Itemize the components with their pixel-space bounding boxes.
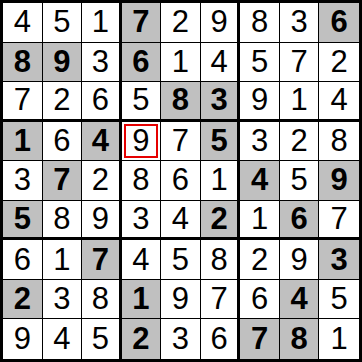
cell-r7c2[interactable]: 1 bbox=[43, 240, 83, 280]
cell-r4c3[interactable]: 4 bbox=[82, 122, 122, 162]
cell-r1c1[interactable]: 4 bbox=[3, 3, 43, 43]
cell-r1c5[interactable]: 2 bbox=[161, 3, 201, 43]
cell-r1c6[interactable]: 9 bbox=[201, 3, 241, 43]
cell-r6c6[interactable]: 2 bbox=[201, 201, 241, 241]
cell-r9c5[interactable]: 3 bbox=[161, 319, 201, 359]
cell-r5c8[interactable]: 5 bbox=[280, 161, 320, 201]
cell-r6c7[interactable]: 1 bbox=[240, 201, 280, 241]
cell-r2c6[interactable]: 4 bbox=[201, 43, 241, 83]
cell-r4c8[interactable]: 2 bbox=[280, 122, 320, 162]
cell-r9c4[interactable]: 2 bbox=[122, 319, 162, 359]
cell-r9c7[interactable]: 7 bbox=[240, 319, 280, 359]
cell-r4c5[interactable]: 7 bbox=[161, 122, 201, 162]
cell-r5c3[interactable]: 2 bbox=[82, 161, 122, 201]
cell-r8c7[interactable]: 6 bbox=[240, 280, 280, 320]
cell-r7c5[interactable]: 5 bbox=[161, 240, 201, 280]
cell-r4c2[interactable]: 6 bbox=[43, 122, 83, 162]
cell-r8c3[interactable]: 8 bbox=[82, 280, 122, 320]
cell-r9c2[interactable]: 4 bbox=[43, 319, 83, 359]
cell-r3c3[interactable]: 6 bbox=[82, 82, 122, 122]
cell-r5c9[interactable]: 9 bbox=[319, 161, 359, 201]
cell-r5c5[interactable]: 6 bbox=[161, 161, 201, 201]
cell-r6c8[interactable]: 6 bbox=[280, 201, 320, 241]
cell-r4c4[interactable]: 9 bbox=[122, 122, 162, 162]
cell-r3c4[interactable]: 5 bbox=[122, 82, 162, 122]
cell-r2c4[interactable]: 6 bbox=[122, 43, 162, 83]
cell-r4c7[interactable]: 3 bbox=[240, 122, 280, 162]
cell-r2c7[interactable]: 5 bbox=[240, 43, 280, 83]
cell-r4c9[interactable]: 8 bbox=[319, 122, 359, 162]
cell-r2c5[interactable]: 1 bbox=[161, 43, 201, 83]
cell-r1c4[interactable]: 7 bbox=[122, 3, 162, 43]
cell-r7c9[interactable]: 3 bbox=[319, 240, 359, 280]
cell-r7c7[interactable]: 2 bbox=[240, 240, 280, 280]
cell-r8c5[interactable]: 9 bbox=[161, 280, 201, 320]
cell-r5c1[interactable]: 3 bbox=[3, 161, 43, 201]
cell-r3c7[interactable]: 9 bbox=[240, 82, 280, 122]
cell-r2c8[interactable]: 7 bbox=[280, 43, 320, 83]
cell-r6c2[interactable]: 8 bbox=[43, 201, 83, 241]
cell-r8c6[interactable]: 7 bbox=[201, 280, 241, 320]
cell-r1c2[interactable]: 5 bbox=[43, 3, 83, 43]
cell-r9c3[interactable]: 5 bbox=[82, 319, 122, 359]
cell-r7c6[interactable]: 8 bbox=[201, 240, 241, 280]
cell-r8c9[interactable]: 5 bbox=[319, 280, 359, 320]
cell-r3c9[interactable]: 4 bbox=[319, 82, 359, 122]
sudoku-board: 4517298368936145727265839141649753283728… bbox=[0, 0, 362, 362]
cell-r7c1[interactable]: 6 bbox=[3, 240, 43, 280]
cell-r6c9[interactable]: 7 bbox=[319, 201, 359, 241]
cell-r1c8[interactable]: 3 bbox=[280, 3, 320, 43]
cell-r3c8[interactable]: 1 bbox=[280, 82, 320, 122]
cell-r1c3[interactable]: 1 bbox=[82, 3, 122, 43]
cell-r7c8[interactable]: 9 bbox=[280, 240, 320, 280]
cell-r4c6[interactable]: 5 bbox=[201, 122, 241, 162]
cell-r7c4[interactable]: 4 bbox=[122, 240, 162, 280]
cell-r5c2[interactable]: 7 bbox=[43, 161, 83, 201]
cell-r8c8[interactable]: 4 bbox=[280, 280, 320, 320]
cell-r3c1[interactable]: 7 bbox=[3, 82, 43, 122]
cell-r2c9[interactable]: 2 bbox=[319, 43, 359, 83]
cell-r9c1[interactable]: 9 bbox=[3, 319, 43, 359]
cell-r5c6[interactable]: 1 bbox=[201, 161, 241, 201]
cell-r6c5[interactable]: 4 bbox=[161, 201, 201, 241]
cell-r7c3[interactable]: 7 bbox=[82, 240, 122, 280]
cell-r6c3[interactable]: 9 bbox=[82, 201, 122, 241]
cell-r8c2[interactable]: 3 bbox=[43, 280, 83, 320]
cell-r9c8[interactable]: 8 bbox=[280, 319, 320, 359]
cell-r2c1[interactable]: 8 bbox=[3, 43, 43, 83]
cell-r1c7[interactable]: 8 bbox=[240, 3, 280, 43]
cell-r9c9[interactable]: 1 bbox=[319, 319, 359, 359]
cell-r3c6[interactable]: 3 bbox=[201, 82, 241, 122]
cell-r8c4[interactable]: 1 bbox=[122, 280, 162, 320]
cell-r6c4[interactable]: 3 bbox=[122, 201, 162, 241]
cell-r5c7[interactable]: 4 bbox=[240, 161, 280, 201]
cell-r4c1[interactable]: 1 bbox=[3, 122, 43, 162]
cell-r3c5[interactable]: 8 bbox=[161, 82, 201, 122]
cell-r2c3[interactable]: 3 bbox=[82, 43, 122, 83]
cell-r6c1[interactable]: 5 bbox=[3, 201, 43, 241]
cell-r3c2[interactable]: 2 bbox=[43, 82, 83, 122]
cell-r8c1[interactable]: 2 bbox=[3, 280, 43, 320]
cell-r1c9[interactable]: 6 bbox=[319, 3, 359, 43]
cell-r2c2[interactable]: 9 bbox=[43, 43, 83, 83]
cell-r5c4[interactable]: 8 bbox=[122, 161, 162, 201]
cell-r9c6[interactable]: 6 bbox=[201, 319, 241, 359]
